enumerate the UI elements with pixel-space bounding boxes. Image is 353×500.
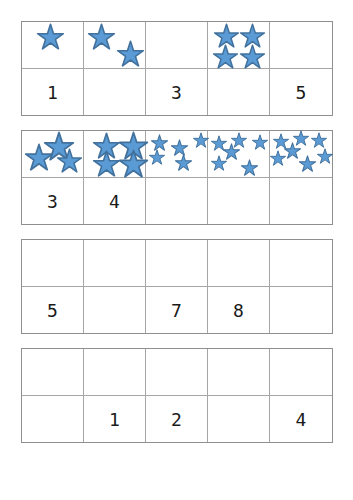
answer-cell-empty[interactable] xyxy=(84,287,146,333)
star-cell xyxy=(208,131,270,177)
number-cell: 2 xyxy=(146,396,208,442)
draw-stars-cell-empty[interactable] xyxy=(270,240,332,286)
draw-stars-cell-empty[interactable] xyxy=(270,22,332,68)
number-cell: 4 xyxy=(84,178,146,224)
star-icon xyxy=(57,148,82,173)
star-icon xyxy=(37,23,64,50)
counting-table-1: 135 xyxy=(21,21,333,116)
answer-cell-empty[interactable] xyxy=(208,178,270,224)
star-icon xyxy=(117,40,144,67)
worksheet-tables: 13534578124 xyxy=(21,21,353,443)
counting-table-3: 578 xyxy=(21,239,333,334)
star-icon xyxy=(25,143,53,171)
star-cell xyxy=(208,22,270,68)
draw-stars-cell-empty[interactable] xyxy=(146,349,208,395)
answer-cell-empty[interactable] xyxy=(208,396,270,442)
number-cell: 1 xyxy=(22,69,84,115)
star-icon xyxy=(252,134,268,150)
star-icon xyxy=(88,23,115,50)
numbers-row: 34 xyxy=(22,178,332,224)
number-cell: 7 xyxy=(146,287,208,333)
numbers-row: 578 xyxy=(22,287,332,333)
number-cell: 3 xyxy=(146,69,208,115)
draw-stars-cell-empty[interactable] xyxy=(208,240,270,286)
star-icon xyxy=(240,44,265,69)
star-icon xyxy=(241,159,258,176)
counting-table-2: 34 xyxy=(21,130,333,225)
draw-stars-cell-empty[interactable] xyxy=(84,240,146,286)
star-icon xyxy=(317,148,333,164)
star-icon xyxy=(231,132,247,148)
star-icon xyxy=(44,131,74,161)
draw-stars-cell-empty[interactable] xyxy=(84,349,146,395)
draw-stars-cell-empty[interactable] xyxy=(270,349,332,395)
numbers-row: 135 xyxy=(22,69,332,115)
star-icon xyxy=(273,133,289,149)
stars-row xyxy=(22,22,332,69)
stars-row xyxy=(22,131,332,178)
star-cell xyxy=(146,131,208,177)
star-icon xyxy=(151,134,168,151)
counting-table-4: 124 xyxy=(21,348,333,443)
star-icon xyxy=(311,132,327,148)
star-cell xyxy=(84,131,146,177)
draw-stars-cell-empty[interactable] xyxy=(22,240,84,286)
star-cell xyxy=(22,22,84,68)
number-cell: 8 xyxy=(208,287,270,333)
star-icon xyxy=(211,135,227,151)
number-cell: 5 xyxy=(22,287,84,333)
star-icon xyxy=(175,154,192,171)
star-icon xyxy=(93,150,120,177)
star-icon xyxy=(223,143,240,160)
draw-stars-cell-empty[interactable] xyxy=(146,22,208,68)
star-icon xyxy=(293,130,309,146)
draw-stars-cell-empty[interactable] xyxy=(22,349,84,395)
star-icon xyxy=(171,139,188,156)
star-icon xyxy=(270,150,286,166)
answer-cell-empty[interactable] xyxy=(208,69,270,115)
draw-stars-cell-empty[interactable] xyxy=(208,349,270,395)
star-icon xyxy=(149,149,165,165)
star-icon xyxy=(299,155,316,172)
star-icon xyxy=(211,155,227,171)
stars-row xyxy=(22,240,332,287)
draw-stars-cell-empty[interactable] xyxy=(146,240,208,286)
star-icon xyxy=(284,142,301,159)
number-cell: 3 xyxy=(22,178,84,224)
star-cell xyxy=(84,22,146,68)
answer-cell-empty[interactable] xyxy=(270,287,332,333)
star-icon xyxy=(240,23,265,48)
number-cell: 4 xyxy=(270,396,332,442)
stars-row xyxy=(22,349,332,396)
star-icon xyxy=(93,132,120,159)
numbers-row: 124 xyxy=(22,396,332,442)
star-cell xyxy=(270,131,332,177)
star-icon xyxy=(214,23,239,48)
worksheet-page: 13534578124 xyxy=(0,0,353,443)
star-icon xyxy=(119,131,148,160)
answer-cell-empty[interactable] xyxy=(84,69,146,115)
star-icon xyxy=(213,44,238,69)
answer-cell-empty[interactable] xyxy=(146,178,208,224)
answer-cell-empty[interactable] xyxy=(270,178,332,224)
number-cell: 5 xyxy=(270,69,332,115)
star-icon xyxy=(119,149,148,178)
star-cell xyxy=(22,131,84,177)
answer-cell-empty[interactable] xyxy=(22,396,84,442)
star-icon xyxy=(193,132,209,148)
number-cell: 1 xyxy=(84,396,146,442)
